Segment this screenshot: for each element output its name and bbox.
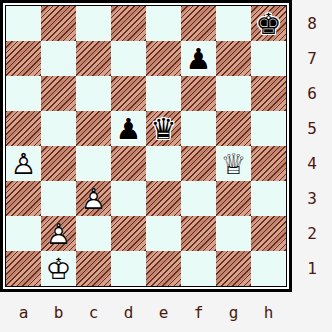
square-c8[interactable] xyxy=(76,6,111,41)
square-a1[interactable] xyxy=(6,251,41,286)
square-d5[interactable]: ♟ xyxy=(111,111,146,146)
square-f1[interactable] xyxy=(181,251,216,286)
white-pawn[interactable]: ♟♙ xyxy=(41,216,76,251)
white-pawn-glyph: ♙ xyxy=(41,216,76,251)
square-d4[interactable] xyxy=(111,146,146,181)
square-f5[interactable] xyxy=(181,111,216,146)
black-pawn-glyph: ♟ xyxy=(111,111,146,146)
square-a3[interactable] xyxy=(6,181,41,216)
square-d8[interactable] xyxy=(111,6,146,41)
square-h6[interactable] xyxy=(251,76,286,111)
square-e1[interactable] xyxy=(146,251,181,286)
chess-board-frame: ♚♟♟♛♟♙♛♕♟♙♟♙♚♔ xyxy=(0,0,292,292)
file-label-a: a xyxy=(6,292,41,332)
rank-label-4: 4 xyxy=(292,146,332,181)
square-a2[interactable] xyxy=(6,216,41,251)
square-b4[interactable] xyxy=(41,146,76,181)
square-a6[interactable] xyxy=(6,76,41,111)
square-a7[interactable] xyxy=(6,41,41,76)
square-g5[interactable] xyxy=(216,111,251,146)
square-c7[interactable] xyxy=(76,41,111,76)
square-a4[interactable]: ♟♙ xyxy=(6,146,41,181)
square-h8[interactable]: ♚ xyxy=(251,6,286,41)
file-label-g: g xyxy=(216,292,251,332)
square-b2[interactable]: ♟♙ xyxy=(41,216,76,251)
white-pawn-glyph: ♙ xyxy=(76,181,111,216)
square-f4[interactable] xyxy=(181,146,216,181)
rank-labels: 87654321 xyxy=(292,6,332,286)
file-label-h: h xyxy=(251,292,286,332)
square-f7[interactable]: ♟ xyxy=(181,41,216,76)
rank-label-1: 1 xyxy=(292,251,332,286)
black-queen[interactable]: ♛ xyxy=(146,111,181,146)
file-label-f: f xyxy=(181,292,216,332)
square-b3[interactable] xyxy=(41,181,76,216)
square-f2[interactable] xyxy=(181,216,216,251)
square-d6[interactable] xyxy=(111,76,146,111)
file-label-d: d xyxy=(111,292,146,332)
square-g7[interactable] xyxy=(216,41,251,76)
square-c1[interactable] xyxy=(76,251,111,286)
square-h7[interactable] xyxy=(251,41,286,76)
file-label-c: c xyxy=(76,292,111,332)
rank-label-7: 7 xyxy=(292,41,332,76)
square-h2[interactable] xyxy=(251,216,286,251)
square-b5[interactable] xyxy=(41,111,76,146)
black-pawn[interactable]: ♟ xyxy=(111,111,146,146)
rank-label-3: 3 xyxy=(292,181,332,216)
file-label-e: e xyxy=(146,292,181,332)
square-g2[interactable] xyxy=(216,216,251,251)
rank-label-6: 6 xyxy=(292,76,332,111)
square-d3[interactable] xyxy=(111,181,146,216)
square-b6[interactable] xyxy=(41,76,76,111)
square-e8[interactable] xyxy=(146,6,181,41)
black-queen-glyph: ♛ xyxy=(146,111,181,146)
black-king-glyph: ♚ xyxy=(251,6,286,41)
black-king[interactable]: ♚ xyxy=(251,6,286,41)
square-e6[interactable] xyxy=(146,76,181,111)
square-h1[interactable] xyxy=(251,251,286,286)
black-pawn-glyph: ♟ xyxy=(181,41,216,76)
square-c6[interactable] xyxy=(76,76,111,111)
square-d2[interactable] xyxy=(111,216,146,251)
rank-label-2: 2 xyxy=(292,216,332,251)
square-f3[interactable] xyxy=(181,181,216,216)
square-c2[interactable] xyxy=(76,216,111,251)
square-f8[interactable] xyxy=(181,6,216,41)
white-king[interactable]: ♚♔ xyxy=(41,251,76,286)
square-g1[interactable] xyxy=(216,251,251,286)
rank-label-8: 8 xyxy=(292,6,332,41)
square-b1[interactable]: ♚♔ xyxy=(41,251,76,286)
square-e3[interactable] xyxy=(146,181,181,216)
square-b8[interactable] xyxy=(41,6,76,41)
square-a8[interactable] xyxy=(6,6,41,41)
white-pawn-glyph: ♙ xyxy=(6,146,41,181)
square-c4[interactable] xyxy=(76,146,111,181)
square-f6[interactable] xyxy=(181,76,216,111)
square-c5[interactable] xyxy=(76,111,111,146)
chess-diagram: ♚♟♟♛♟♙♛♕♟♙♟♙♚♔ 87654321 abcdefgh xyxy=(0,0,332,332)
white-pawn[interactable]: ♟♙ xyxy=(6,146,41,181)
chess-board-inner-border: ♚♟♟♛♟♙♛♕♟♙♟♙♚♔ xyxy=(5,5,287,287)
rank-label-5: 5 xyxy=(292,111,332,146)
square-e5[interactable]: ♛ xyxy=(146,111,181,146)
white-king-glyph: ♔ xyxy=(41,251,76,286)
square-e4[interactable] xyxy=(146,146,181,181)
square-g6[interactable] xyxy=(216,76,251,111)
square-g3[interactable] xyxy=(216,181,251,216)
square-g4[interactable]: ♛♕ xyxy=(216,146,251,181)
square-h4[interactable] xyxy=(251,146,286,181)
chess-board: ♚♟♟♛♟♙♛♕♟♙♟♙♚♔ xyxy=(6,6,286,286)
file-label-b: b xyxy=(41,292,76,332)
square-e7[interactable] xyxy=(146,41,181,76)
square-h3[interactable] xyxy=(251,181,286,216)
white-queen[interactable]: ♛♕ xyxy=(216,146,251,181)
square-g8[interactable] xyxy=(216,6,251,41)
black-pawn[interactable]: ♟ xyxy=(181,41,216,76)
square-a5[interactable] xyxy=(6,111,41,146)
square-b7[interactable] xyxy=(41,41,76,76)
white-pawn[interactable]: ♟♙ xyxy=(76,181,111,216)
square-d7[interactable] xyxy=(111,41,146,76)
square-h5[interactable] xyxy=(251,111,286,146)
square-e2[interactable] xyxy=(146,216,181,251)
square-d1[interactable] xyxy=(111,251,146,286)
white-queen-glyph: ♕ xyxy=(216,146,251,181)
square-c3[interactable]: ♟♙ xyxy=(76,181,111,216)
file-labels: abcdefgh xyxy=(6,292,286,332)
